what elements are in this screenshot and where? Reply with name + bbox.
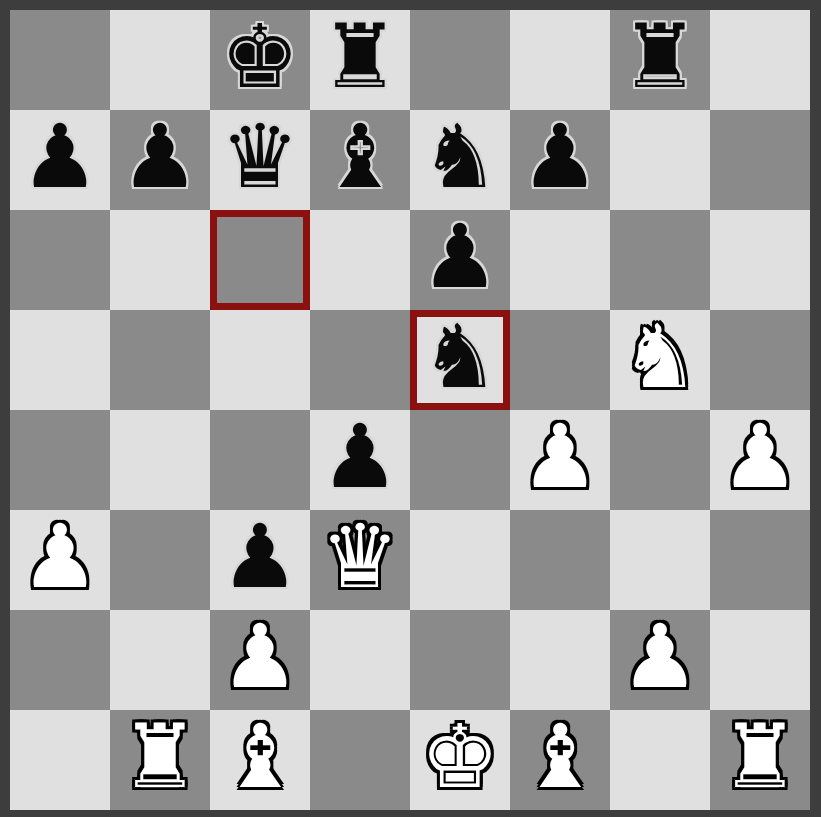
black-knight[interactable]: ♞ bbox=[421, 307, 500, 407]
square-e7[interactable]: ♞ bbox=[410, 110, 510, 210]
square-g5[interactable]: ♞ bbox=[610, 310, 710, 410]
square-c1[interactable]: ♝ bbox=[210, 710, 310, 810]
square-f3[interactable] bbox=[510, 510, 610, 610]
square-h7[interactable] bbox=[710, 110, 810, 210]
square-d6[interactable] bbox=[310, 210, 410, 310]
white-pawn[interactable]: ♟ bbox=[21, 507, 100, 607]
black-king[interactable]: ♚ bbox=[221, 7, 300, 107]
square-h3[interactable] bbox=[710, 510, 810, 610]
white-rook[interactable]: ♜ bbox=[721, 707, 800, 807]
white-bishop[interactable]: ♝ bbox=[221, 707, 300, 807]
square-h1[interactable]: ♜ bbox=[710, 710, 810, 810]
square-c7[interactable]: ♛ bbox=[210, 110, 310, 210]
square-f2[interactable] bbox=[510, 610, 610, 710]
square-g6[interactable] bbox=[610, 210, 710, 310]
black-bishop[interactable]: ♝ bbox=[321, 107, 400, 207]
white-pawn[interactable]: ♟ bbox=[521, 407, 600, 507]
black-pawn[interactable]: ♟ bbox=[121, 107, 200, 207]
square-d1[interactable] bbox=[310, 710, 410, 810]
square-e8[interactable] bbox=[410, 10, 510, 110]
square-d5[interactable] bbox=[310, 310, 410, 410]
black-rook[interactable]: ♜ bbox=[621, 7, 700, 107]
square-c2[interactable]: ♟ bbox=[210, 610, 310, 710]
white-pawn[interactable]: ♟ bbox=[721, 407, 800, 507]
square-e4[interactable] bbox=[410, 410, 510, 510]
square-a5[interactable] bbox=[10, 310, 110, 410]
square-h5[interactable] bbox=[710, 310, 810, 410]
square-a6[interactable] bbox=[10, 210, 110, 310]
square-a1[interactable] bbox=[10, 710, 110, 810]
black-rook[interactable]: ♜ bbox=[321, 7, 400, 107]
square-b4[interactable] bbox=[110, 410, 210, 510]
black-pawn[interactable]: ♟ bbox=[421, 207, 500, 307]
square-c6[interactable] bbox=[210, 210, 310, 310]
square-e6[interactable]: ♟ bbox=[410, 210, 510, 310]
square-e2[interactable] bbox=[410, 610, 510, 710]
square-b2[interactable] bbox=[110, 610, 210, 710]
black-pawn[interactable]: ♟ bbox=[321, 407, 400, 507]
white-rook[interactable]: ♜ bbox=[121, 707, 200, 807]
square-f1[interactable]: ♝ bbox=[510, 710, 610, 810]
square-d2[interactable] bbox=[310, 610, 410, 710]
square-d7[interactable]: ♝ bbox=[310, 110, 410, 210]
square-c4[interactable] bbox=[210, 410, 310, 510]
white-queen[interactable]: ♛ bbox=[321, 507, 400, 607]
square-b1[interactable]: ♜ bbox=[110, 710, 210, 810]
square-a4[interactable] bbox=[10, 410, 110, 510]
square-b7[interactable]: ♟ bbox=[110, 110, 210, 210]
square-f5[interactable] bbox=[510, 310, 610, 410]
square-a7[interactable]: ♟ bbox=[10, 110, 110, 210]
square-h2[interactable] bbox=[710, 610, 810, 710]
square-g3[interactable] bbox=[610, 510, 710, 610]
square-a3[interactable]: ♟ bbox=[10, 510, 110, 610]
square-f8[interactable] bbox=[510, 10, 610, 110]
square-f4[interactable]: ♟ bbox=[510, 410, 610, 510]
square-e1[interactable]: ♚ bbox=[410, 710, 510, 810]
square-b5[interactable] bbox=[110, 310, 210, 410]
white-pawn[interactable]: ♟ bbox=[621, 607, 700, 707]
square-a2[interactable] bbox=[10, 610, 110, 710]
square-d3[interactable]: ♛ bbox=[310, 510, 410, 610]
square-h6[interactable] bbox=[710, 210, 810, 310]
square-c3[interactable]: ♟ bbox=[210, 510, 310, 610]
square-h4[interactable]: ♟ bbox=[710, 410, 810, 510]
black-pawn[interactable]: ♟ bbox=[521, 107, 600, 207]
white-knight[interactable]: ♞ bbox=[621, 307, 700, 407]
square-a8[interactable] bbox=[10, 10, 110, 110]
black-queen[interactable]: ♛ bbox=[221, 107, 300, 207]
square-e5[interactable]: ♞ bbox=[410, 310, 510, 410]
square-b8[interactable] bbox=[110, 10, 210, 110]
board-frame: ♚♜♜♟♟♛♝♞♟♟♞♞♟♟♟♟♟♛♟♟♜♝♚♝♜ bbox=[0, 0, 821, 817]
square-g7[interactable] bbox=[610, 110, 710, 210]
square-c5[interactable] bbox=[210, 310, 310, 410]
square-b3[interactable] bbox=[110, 510, 210, 610]
square-d8[interactable]: ♜ bbox=[310, 10, 410, 110]
black-pawn[interactable]: ♟ bbox=[21, 107, 100, 207]
white-pawn[interactable]: ♟ bbox=[221, 607, 300, 707]
square-f6[interactable] bbox=[510, 210, 610, 310]
square-c8[interactable]: ♚ bbox=[210, 10, 310, 110]
square-b6[interactable] bbox=[110, 210, 210, 310]
black-knight[interactable]: ♞ bbox=[421, 107, 500, 207]
chess-board: ♚♜♜♟♟♛♝♞♟♟♞♞♟♟♟♟♟♛♟♟♜♝♚♝♜ bbox=[10, 10, 810, 810]
square-d4[interactable]: ♟ bbox=[310, 410, 410, 510]
square-g2[interactable]: ♟ bbox=[610, 610, 710, 710]
white-king[interactable]: ♚ bbox=[421, 707, 500, 807]
square-h8[interactable] bbox=[710, 10, 810, 110]
square-e3[interactable] bbox=[410, 510, 510, 610]
square-g4[interactable] bbox=[610, 410, 710, 510]
square-f7[interactable]: ♟ bbox=[510, 110, 610, 210]
black-pawn[interactable]: ♟ bbox=[221, 507, 300, 607]
square-g8[interactable]: ♜ bbox=[610, 10, 710, 110]
white-bishop[interactable]: ♝ bbox=[521, 707, 600, 807]
square-g1[interactable] bbox=[610, 710, 710, 810]
